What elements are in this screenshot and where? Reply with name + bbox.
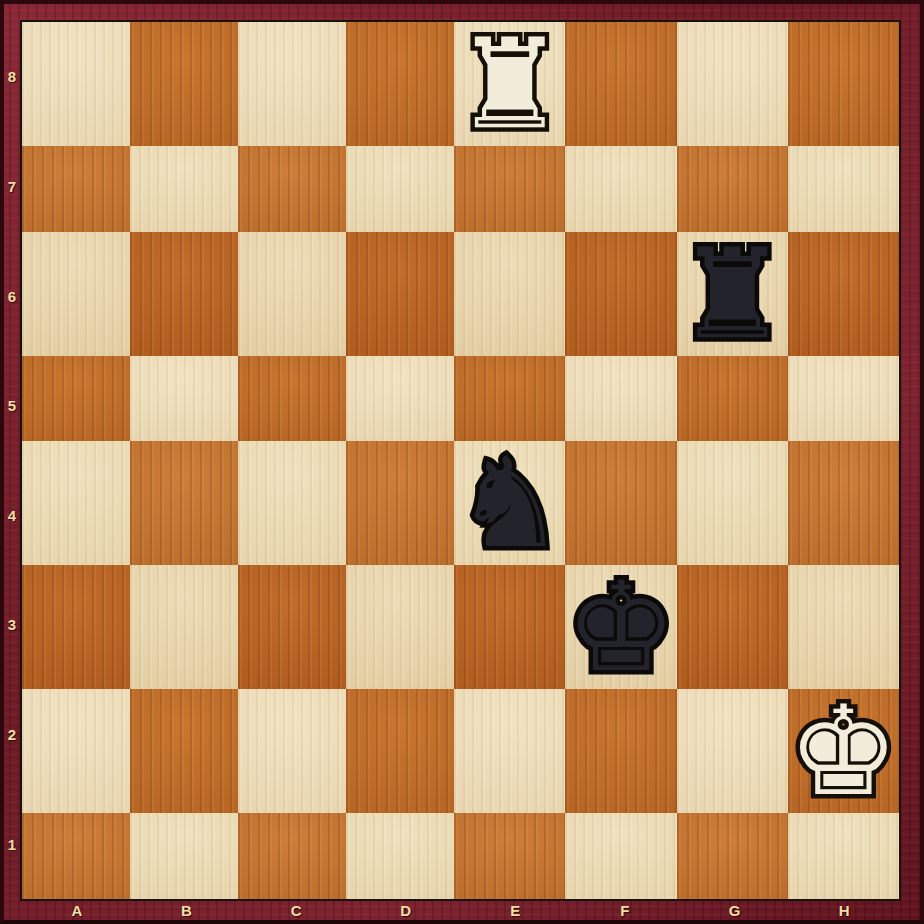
file-label-d: D (351, 901, 461, 920)
square-b1[interactable] (130, 813, 238, 899)
black-knight[interactable]: ♞♞ (454, 441, 565, 565)
square-a4[interactable] (22, 441, 130, 565)
square-b3[interactable] (130, 565, 238, 689)
black-rook[interactable]: ♜♜ (677, 232, 788, 356)
file-label-b: B (132, 901, 242, 920)
square-c7[interactable] (238, 146, 346, 232)
rank-label-8: 8 (4, 22, 20, 132)
square-h1[interactable] (788, 813, 899, 899)
file-label-f: F (570, 901, 680, 920)
square-h4[interactable] (788, 441, 899, 565)
square-f3[interactable]: ♚♚ (565, 565, 676, 689)
square-f2[interactable] (565, 689, 676, 813)
square-h8[interactable] (788, 22, 899, 146)
file-labels: ABCDEFGH (22, 901, 899, 920)
file-label-a: A (22, 901, 132, 920)
rank-label-7: 7 (4, 132, 20, 242)
square-f5[interactable] (565, 356, 676, 442)
rank-label-5: 5 (4, 351, 20, 461)
white-rook[interactable]: ♜♜ (454, 22, 565, 146)
square-a2[interactable] (22, 689, 130, 813)
square-b6[interactable] (130, 232, 238, 356)
black-knight-glyph: ♞ (454, 441, 565, 565)
file-label-g: G (680, 901, 790, 920)
black-rook-glyph: ♜ (677, 232, 788, 356)
square-e2[interactable] (454, 689, 565, 813)
square-d8[interactable] (346, 22, 454, 146)
square-c6[interactable] (238, 232, 346, 356)
square-d7[interactable] (346, 146, 454, 232)
board: ♜♜♜♜♞♞♚♚♚♚ (20, 20, 901, 901)
rank-label-6: 6 (4, 241, 20, 351)
square-g8[interactable] (677, 22, 788, 146)
square-d5[interactable] (346, 356, 454, 442)
square-b8[interactable] (130, 22, 238, 146)
square-d1[interactable] (346, 813, 454, 899)
square-g7[interactable] (677, 146, 788, 232)
square-g3[interactable] (677, 565, 788, 689)
square-c8[interactable] (238, 22, 346, 146)
square-c4[interactable] (238, 441, 346, 565)
square-a8[interactable] (22, 22, 130, 146)
rank-labels: 87654321 (4, 22, 20, 899)
square-f1[interactable] (565, 813, 676, 899)
square-d2[interactable] (346, 689, 454, 813)
square-h6[interactable] (788, 232, 899, 356)
square-g5[interactable] (677, 356, 788, 442)
square-a6[interactable] (22, 232, 130, 356)
square-c5[interactable] (238, 356, 346, 442)
square-g1[interactable] (677, 813, 788, 899)
square-a7[interactable] (22, 146, 130, 232)
square-c2[interactable] (238, 689, 346, 813)
square-f4[interactable] (565, 441, 676, 565)
square-a5[interactable] (22, 356, 130, 442)
square-b4[interactable] (130, 441, 238, 565)
square-h5[interactable] (788, 356, 899, 442)
rank-label-1: 1 (4, 789, 20, 899)
square-h7[interactable] (788, 146, 899, 232)
square-c3[interactable] (238, 565, 346, 689)
file-label-h: H (789, 901, 899, 920)
square-d4[interactable] (346, 441, 454, 565)
black-king[interactable]: ♚♚ (565, 565, 676, 689)
square-e4[interactable]: ♞♞ (454, 441, 565, 565)
black-king-glyph: ♚ (565, 565, 676, 689)
square-f6[interactable] (565, 232, 676, 356)
square-a1[interactable] (22, 813, 130, 899)
square-e8[interactable]: ♜♜ (454, 22, 565, 146)
square-e5[interactable] (454, 356, 565, 442)
square-g6[interactable]: ♜♜ (677, 232, 788, 356)
square-d6[interactable] (346, 232, 454, 356)
square-d3[interactable] (346, 565, 454, 689)
file-label-c: C (241, 901, 351, 920)
chess-board-frame: 87654321 ABCDEFGH ♜♜♜♜♞♞♚♚♚♚ (0, 0, 924, 924)
square-e6[interactable] (454, 232, 565, 356)
square-b2[interactable] (130, 689, 238, 813)
rank-label-2: 2 (4, 680, 20, 790)
square-a3[interactable] (22, 565, 130, 689)
square-h2[interactable]: ♚♚ (788, 689, 899, 813)
square-g2[interactable] (677, 689, 788, 813)
square-b7[interactable] (130, 146, 238, 232)
rank-label-4: 4 (4, 461, 20, 571)
file-label-e: E (461, 901, 571, 920)
white-king-glyph: ♚ (788, 689, 899, 813)
white-king[interactable]: ♚♚ (788, 689, 899, 813)
white-rook-glyph: ♜ (454, 22, 565, 146)
square-e7[interactable] (454, 146, 565, 232)
rank-label-3: 3 (4, 570, 20, 680)
square-g4[interactable] (677, 441, 788, 565)
square-f8[interactable] (565, 22, 676, 146)
square-b5[interactable] (130, 356, 238, 442)
square-e1[interactable] (454, 813, 565, 899)
square-h3[interactable] (788, 565, 899, 689)
square-e3[interactable] (454, 565, 565, 689)
square-f7[interactable] (565, 146, 676, 232)
square-c1[interactable] (238, 813, 346, 899)
